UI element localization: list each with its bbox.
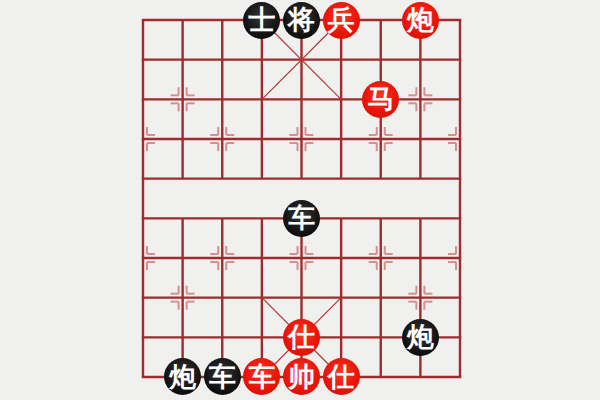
red-advisor-piece[interactable]: 仕 (283, 319, 320, 356)
red-general-piece[interactable]: 帅 (283, 358, 320, 395)
piece-glyph: 车 (209, 363, 236, 391)
piece-glyph: 帅 (288, 363, 315, 391)
red-soldier-piece[interactable]: 兵 (323, 2, 360, 39)
piece-glyph: 炮 (407, 6, 434, 34)
piece-glyph: 将 (288, 6, 315, 34)
red-chariot-piece[interactable]: 车 (243, 358, 280, 395)
xiangqi-app: 士将兵炮马车仕炮炮车车帅仕 (0, 0, 600, 400)
black-cannon-piece[interactable]: 炮 (164, 358, 201, 395)
black-cannon-piece[interactable]: 炮 (402, 319, 439, 356)
red-cannon-piece[interactable]: 炮 (402, 2, 439, 39)
black-general-piece[interactable]: 将 (283, 2, 320, 39)
piece-glyph: 炮 (407, 323, 434, 351)
black-advisor-piece[interactable]: 士 (243, 2, 280, 39)
piece-glyph: 炮 (169, 363, 196, 391)
piece-glyph: 仕 (288, 323, 315, 351)
piece-glyph: 士 (248, 6, 275, 34)
red-advisor-piece[interactable]: 仕 (323, 358, 360, 395)
piece-glyph: 仕 (328, 363, 355, 391)
piece-glyph: 车 (288, 204, 315, 232)
black-chariot-piece[interactable]: 车 (204, 358, 241, 395)
piece-glyph: 马 (367, 85, 394, 113)
piece-glyph: 兵 (328, 6, 355, 34)
red-horse-piece[interactable]: 马 (362, 81, 399, 118)
piece-grid: 士将兵炮马车仕炮炮车车帅仕 (123, 0, 480, 397)
piece-glyph: 车 (248, 363, 275, 391)
black-chariot-piece[interactable]: 车 (283, 200, 320, 237)
